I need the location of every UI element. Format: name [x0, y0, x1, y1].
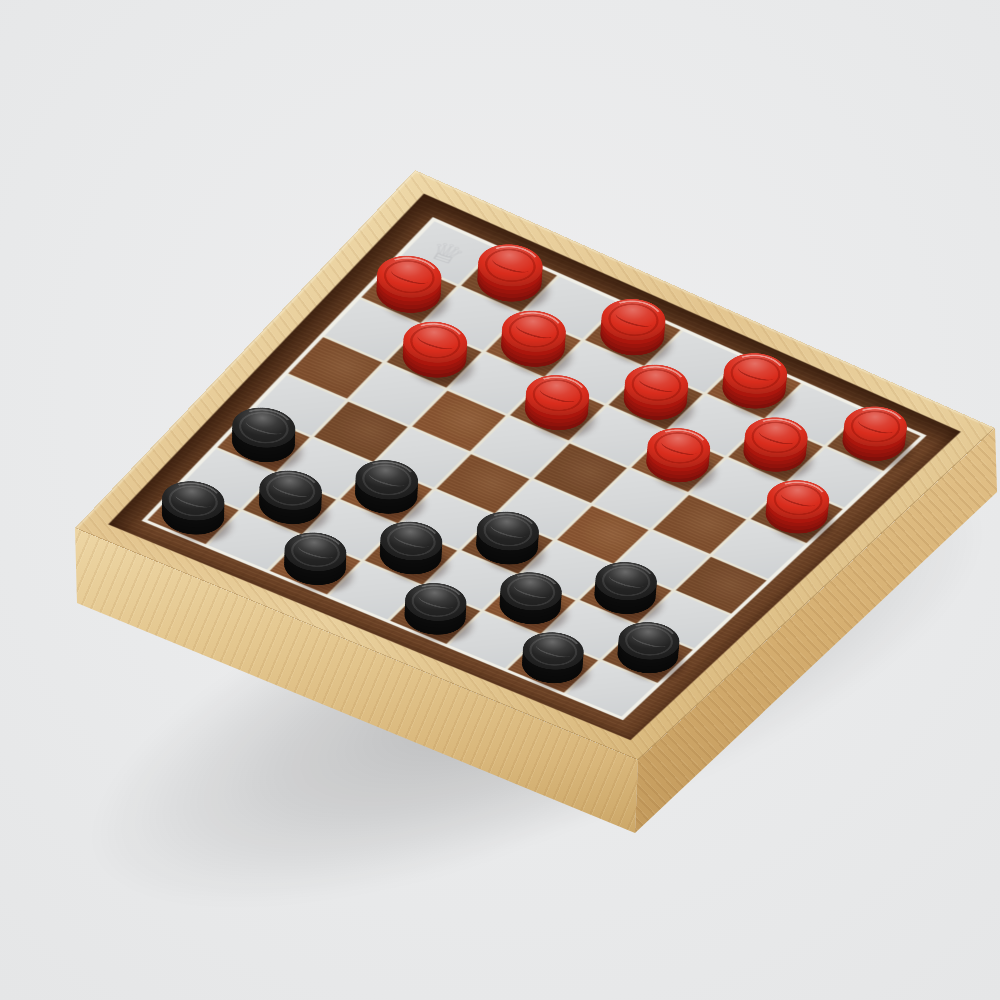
embossed-logo: [389, 265, 432, 286]
embossed-logo: [173, 490, 214, 510]
red-checker-f6[interactable]: [635, 435, 721, 490]
embossed-logo: [636, 374, 678, 395]
black-checker-g1[interactable]: [511, 639, 594, 691]
black-checker-d2[interactable]: [368, 529, 453, 583]
red-checker-d6[interactable]: [514, 382, 601, 438]
red-checker-b8[interactable]: [465, 251, 553, 309]
red-checker-h8[interactable]: [830, 413, 917, 469]
black-checker-a3[interactable]: [221, 414, 307, 470]
red-checker-g7[interactable]: [732, 424, 819, 479]
black-checker-b2[interactable]: [247, 477, 332, 532]
black-checker-c1[interactable]: [273, 539, 357, 592]
embossed-logo: [487, 521, 528, 541]
embossed-logo: [613, 309, 655, 330]
embossed-logo: [511, 581, 552, 600]
red-checker-c7[interactable]: [489, 317, 577, 374]
embossed-logo: [534, 641, 574, 660]
embossed-logo: [295, 541, 336, 561]
red-checker-f8[interactable]: [710, 360, 797, 416]
product-photo-stage: ♕: [0, 0, 1000, 1000]
embossed-logo: [391, 531, 432, 551]
embossed-logo: [416, 592, 457, 611]
black-checker-e1[interactable]: [393, 589, 477, 642]
embossed-logo: [607, 571, 648, 590]
embossed-logo: [757, 427, 799, 447]
black-checker-e3[interactable]: [464, 518, 549, 572]
black-checker-h2[interactable]: [606, 629, 690, 681]
embossed-logo: [659, 437, 701, 457]
embossed-logo: [629, 631, 669, 650]
embossed-logo: [537, 385, 579, 406]
embossed-logo: [243, 417, 285, 437]
black-checker-c3[interactable]: [343, 467, 428, 522]
embossed-logo: [513, 320, 555, 341]
red-checker-a7[interactable]: [365, 263, 453, 321]
embossed-logo: [489, 254, 532, 275]
red-checker-b6[interactable]: [391, 328, 478, 385]
black-checker-g3[interactable]: [583, 569, 667, 622]
embossed-logo: [270, 480, 311, 500]
black-checker-f2[interactable]: [488, 579, 572, 632]
embossed-logo: [735, 363, 777, 384]
red-checker-e7[interactable]: [612, 371, 699, 427]
embossed-logo: [366, 469, 407, 489]
red-checker-h6[interactable]: [754, 487, 840, 541]
embossed-logo: [778, 489, 819, 509]
black-checker-a1[interactable]: [151, 488, 236, 542]
red-checker-d8[interactable]: [589, 306, 677, 363]
embossed-logo: [414, 331, 456, 352]
embossed-logo: [855, 416, 897, 436]
